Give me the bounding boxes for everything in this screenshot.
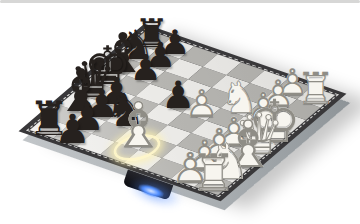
photo-top-border: [0, 0, 360, 3]
piece-black-pawn-a7[interactable]: ♟: [49, 109, 97, 149]
piece-white-bishop-b5[interactable]: ♝♗: [110, 94, 158, 157]
piece-white-rook-a1[interactable]: ♜♖: [190, 148, 238, 200]
chessboard-product-photo: DGT ♜♝♛♚♝♞♜♟♟♟♟♟♟♟♞♝♗♟♟♙♞♘♟♙♟♙♟♙♟♙♟♙♟♙♟♙…: [0, 0, 360, 224]
